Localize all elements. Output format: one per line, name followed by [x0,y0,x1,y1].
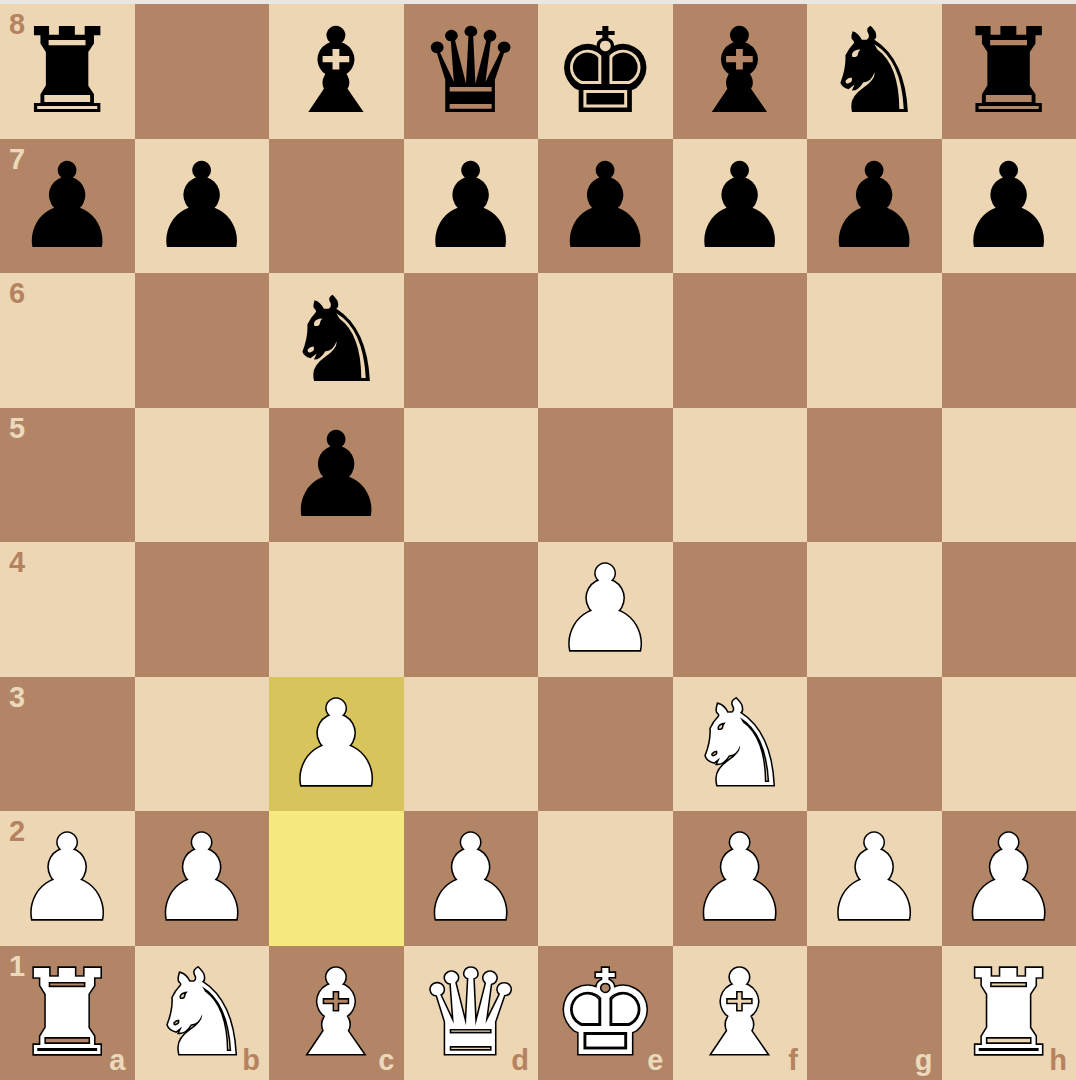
square-g4[interactable] [807,542,942,677]
square-e8[interactable]: ♚ [538,4,673,139]
square-c3[interactable]: ♟ [269,677,404,812]
square-e6[interactable] [538,273,673,408]
square-d2[interactable]: ♟ [404,811,539,946]
square-f1[interactable]: f♝ [673,946,808,1080]
square-g6[interactable] [807,273,942,408]
square-h7[interactable]: ♟ [942,139,1076,274]
square-b6[interactable] [135,273,270,408]
square-a3[interactable]: 3 [0,677,135,812]
square-g5[interactable] [807,408,942,543]
white-king[interactable]: ♚ [552,954,658,1072]
white-pawn[interactable]: ♟ [14,819,120,937]
square-g7[interactable]: ♟ [807,139,942,274]
square-b8[interactable] [135,4,270,139]
rank-label-6: 6 [9,279,25,308]
square-c5[interactable]: ♟ [269,408,404,543]
square-c6[interactable]: ♞ [269,273,404,408]
square-e7[interactable]: ♟ [538,139,673,274]
black-bishop[interactable]: ♝ [283,12,389,130]
square-b3[interactable] [135,677,270,812]
square-e2[interactable] [538,811,673,946]
white-pawn[interactable]: ♟ [821,819,927,937]
square-f3[interactable]: ♞ [673,677,808,812]
black-king[interactable]: ♚ [552,12,658,130]
rank-label-5: 5 [9,414,25,443]
file-label-g: g [915,1046,933,1075]
square-c7[interactable] [269,139,404,274]
black-knight[interactable]: ♞ [821,12,927,130]
square-h2[interactable]: ♟ [942,811,1076,946]
rank-label-3: 3 [9,683,25,712]
square-b1[interactable]: b♞ [135,946,270,1080]
square-c2[interactable] [269,811,404,946]
white-queen[interactable]: ♛ [418,954,524,1072]
square-a2[interactable]: 2♟ [0,811,135,946]
white-pawn[interactable]: ♟ [149,819,255,937]
square-a4[interactable]: 4 [0,542,135,677]
square-f4[interactable] [673,542,808,677]
white-knight[interactable]: ♞ [687,685,793,803]
square-h4[interactable] [942,542,1076,677]
square-h8[interactable]: ♜ [942,4,1076,139]
square-b2[interactable]: ♟ [135,811,270,946]
square-d7[interactable]: ♟ [404,139,539,274]
square-f5[interactable] [673,408,808,543]
white-knight[interactable]: ♞ [149,954,255,1072]
square-g3[interactable] [807,677,942,812]
white-pawn[interactable]: ♟ [552,550,658,668]
square-c1[interactable]: c♝ [269,946,404,1080]
square-f7[interactable]: ♟ [673,139,808,274]
square-g2[interactable]: ♟ [807,811,942,946]
black-pawn[interactable]: ♟ [14,147,120,265]
black-pawn[interactable]: ♟ [956,147,1062,265]
square-h3[interactable] [942,677,1076,812]
square-a7[interactable]: 7♟ [0,139,135,274]
white-pawn[interactable]: ♟ [956,819,1062,937]
black-pawn[interactable]: ♟ [149,147,255,265]
square-d1[interactable]: d♛ [404,946,539,1080]
square-d6[interactable] [404,273,539,408]
square-a1[interactable]: 1a♜ [0,946,135,1080]
white-bishop[interactable]: ♝ [283,954,389,1072]
square-d5[interactable] [404,408,539,543]
square-c8[interactable]: ♝ [269,4,404,139]
white-pawn[interactable]: ♟ [283,685,389,803]
black-rook[interactable]: ♜ [956,12,1062,130]
square-d8[interactable]: ♛ [404,4,539,139]
square-f6[interactable] [673,273,808,408]
black-pawn[interactable]: ♟ [552,147,658,265]
square-b7[interactable]: ♟ [135,139,270,274]
black-queen[interactable]: ♛ [418,12,524,130]
square-h5[interactable] [942,408,1076,543]
square-a6[interactable]: 6 [0,273,135,408]
square-c4[interactable] [269,542,404,677]
square-b5[interactable] [135,408,270,543]
black-pawn[interactable]: ♟ [687,147,793,265]
white-rook[interactable]: ♜ [956,954,1062,1072]
square-e3[interactable] [538,677,673,812]
square-a5[interactable]: 5 [0,408,135,543]
square-a8[interactable]: 8♜ [0,4,135,139]
square-d4[interactable] [404,542,539,677]
black-knight[interactable]: ♞ [283,281,389,399]
black-pawn[interactable]: ♟ [418,147,524,265]
square-e1[interactable]: e♚ [538,946,673,1080]
black-pawn[interactable]: ♟ [821,147,927,265]
black-bishop[interactable]: ♝ [687,12,793,130]
white-pawn[interactable]: ♟ [418,819,524,937]
square-h6[interactable] [942,273,1076,408]
square-h1[interactable]: h♜ [942,946,1076,1080]
square-f8[interactable]: ♝ [673,4,808,139]
square-g1[interactable]: g [807,946,942,1080]
white-bishop[interactable]: ♝ [687,954,793,1072]
chess-board: 8♜♝♛♚♝♞♜7♟♟♟♟♟♟♟6♞5♟4♟3♟♞2♟♟♟♟♟♟1a♜b♞c♝d… [0,4,1076,1080]
black-rook[interactable]: ♜ [14,12,120,130]
white-pawn[interactable]: ♟ [687,819,793,937]
black-pawn[interactable]: ♟ [283,416,389,534]
square-e5[interactable] [538,408,673,543]
square-e4[interactable]: ♟ [538,542,673,677]
square-f2[interactable]: ♟ [673,811,808,946]
square-g8[interactable]: ♞ [807,4,942,139]
square-d3[interactable] [404,677,539,812]
square-b4[interactable] [135,542,270,677]
rank-label-4: 4 [9,548,25,577]
white-rook[interactable]: ♜ [14,954,120,1072]
